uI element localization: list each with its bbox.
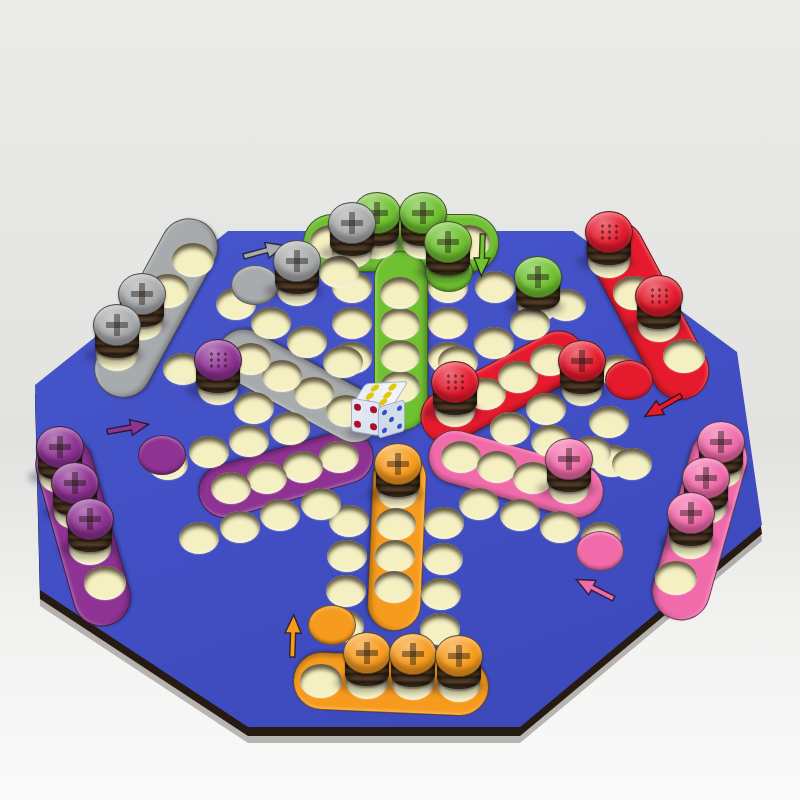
piece-cap-green	[353, 192, 401, 234]
piece-cap-green	[399, 192, 447, 234]
cap-dots-engraving	[597, 222, 621, 242]
board-surface	[0, 0, 800, 800]
cap-plus-engraving	[412, 202, 434, 224]
cap-plus-engraving	[341, 212, 363, 234]
cap-plus-engraving	[366, 202, 388, 224]
